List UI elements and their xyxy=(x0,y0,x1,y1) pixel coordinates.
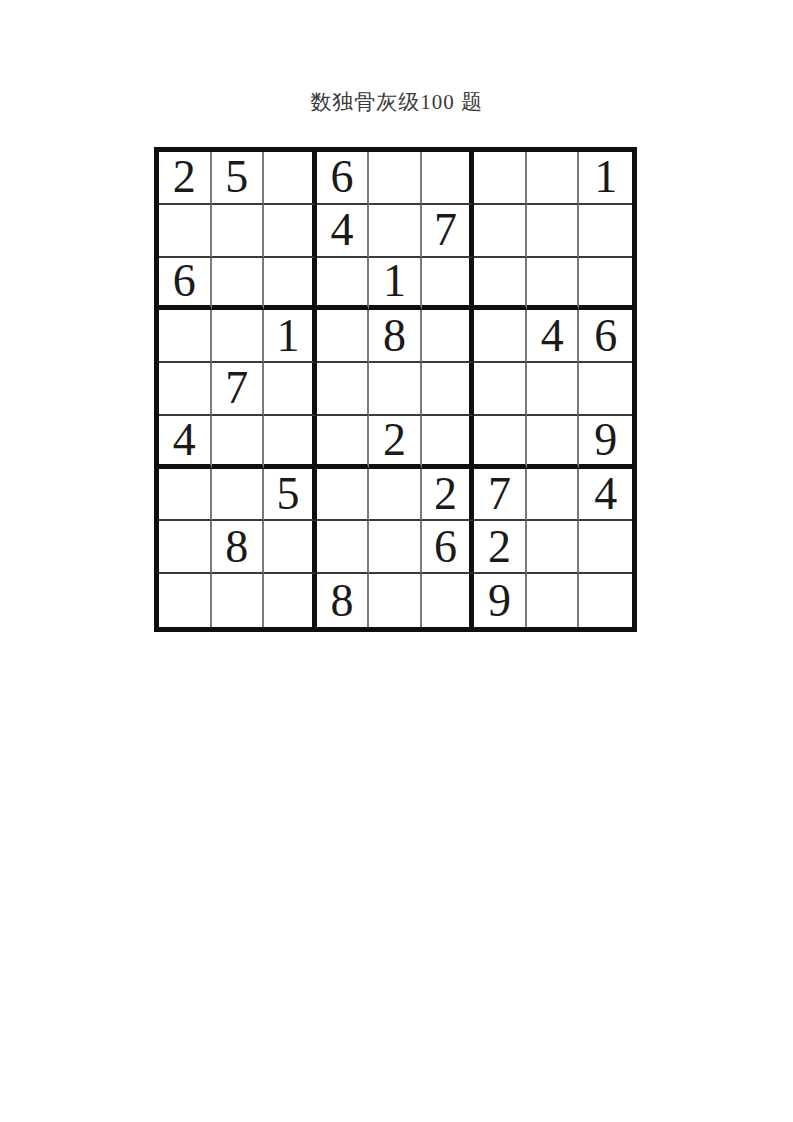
page: 数独骨灰级100 题 2561476118467429527486289 xyxy=(0,0,793,1122)
cell-r2c2 xyxy=(212,205,265,258)
cell-r2c9 xyxy=(579,205,632,258)
cell-r2c7 xyxy=(474,205,527,258)
cell-r3c1: 6 xyxy=(159,258,212,311)
cell-r9c9 xyxy=(579,574,632,627)
cell-r4c5: 8 xyxy=(369,310,422,363)
cell-r6c5: 2 xyxy=(369,416,422,469)
cell-r9c1 xyxy=(159,574,212,627)
cell-r3c8 xyxy=(527,258,580,311)
cell-r5c3 xyxy=(264,363,317,416)
cell-r4c1 xyxy=(159,310,212,363)
sudoku-board: 2561476118467429527486289 xyxy=(154,147,637,632)
cell-r9c2 xyxy=(212,574,265,627)
cell-r3c6 xyxy=(422,258,475,311)
cell-r4c4 xyxy=(317,310,370,363)
cell-r3c7 xyxy=(474,258,527,311)
cell-r1c2: 5 xyxy=(212,152,265,205)
cell-r9c8 xyxy=(527,574,580,627)
cell-r6c8 xyxy=(527,416,580,469)
cell-r4c8: 4 xyxy=(527,310,580,363)
cell-r6c9: 9 xyxy=(579,416,632,469)
cell-r4c3: 1 xyxy=(264,310,317,363)
cell-r2c1 xyxy=(159,205,212,258)
cell-r8c6: 6 xyxy=(422,521,475,574)
cell-r7c8 xyxy=(527,469,580,522)
cell-r9c3 xyxy=(264,574,317,627)
cell-r8c1 xyxy=(159,521,212,574)
cell-r8c5 xyxy=(369,521,422,574)
cell-r7c9: 4 xyxy=(579,469,632,522)
cell-r2c3 xyxy=(264,205,317,258)
cell-r6c6 xyxy=(422,416,475,469)
cell-r8c2: 8 xyxy=(212,521,265,574)
cell-r7c1 xyxy=(159,469,212,522)
cell-r5c4 xyxy=(317,363,370,416)
cell-r5c2: 7 xyxy=(212,363,265,416)
cell-r8c7: 2 xyxy=(474,521,527,574)
cell-r9c7: 9 xyxy=(474,574,527,627)
puzzle-title: 数独骨灰级100 题 xyxy=(0,89,793,115)
cell-r1c5 xyxy=(369,152,422,205)
cell-r3c3 xyxy=(264,258,317,311)
cell-r2c4: 4 xyxy=(317,205,370,258)
cell-r9c4: 8 xyxy=(317,574,370,627)
cell-r5c6 xyxy=(422,363,475,416)
cell-r8c4 xyxy=(317,521,370,574)
cell-r4c6 xyxy=(422,310,475,363)
cell-r1c3 xyxy=(264,152,317,205)
cell-r4c2 xyxy=(212,310,265,363)
cell-r9c5 xyxy=(369,574,422,627)
cell-r1c7 xyxy=(474,152,527,205)
cell-r4c7 xyxy=(474,310,527,363)
cell-r6c7 xyxy=(474,416,527,469)
cell-r7c2 xyxy=(212,469,265,522)
cell-r3c5: 1 xyxy=(369,258,422,311)
cell-r2c5 xyxy=(369,205,422,258)
cell-r8c9 xyxy=(579,521,632,574)
cell-r5c9 xyxy=(579,363,632,416)
cell-r5c5 xyxy=(369,363,422,416)
cell-r2c8 xyxy=(527,205,580,258)
cell-r5c1 xyxy=(159,363,212,416)
cell-r9c6 xyxy=(422,574,475,627)
cell-r1c6 xyxy=(422,152,475,205)
cell-r7c6: 2 xyxy=(422,469,475,522)
cell-r5c7 xyxy=(474,363,527,416)
cell-r6c3 xyxy=(264,416,317,469)
cell-r2c6: 7 xyxy=(422,205,475,258)
cell-r6c4 xyxy=(317,416,370,469)
cell-r3c4 xyxy=(317,258,370,311)
cell-r7c5 xyxy=(369,469,422,522)
cell-r7c4 xyxy=(317,469,370,522)
cell-r7c3: 5 xyxy=(264,469,317,522)
cell-r7c7: 7 xyxy=(474,469,527,522)
cell-r6c2 xyxy=(212,416,265,469)
cell-r8c8 xyxy=(527,521,580,574)
cell-r8c3 xyxy=(264,521,317,574)
cell-r1c4: 6 xyxy=(317,152,370,205)
cell-r1c9: 1 xyxy=(579,152,632,205)
cell-r3c2 xyxy=(212,258,265,311)
cell-r6c1: 4 xyxy=(159,416,212,469)
cell-r4c9: 6 xyxy=(579,310,632,363)
cell-r5c8 xyxy=(527,363,580,416)
cell-r1c8 xyxy=(527,152,580,205)
cell-r3c9 xyxy=(579,258,632,311)
cell-r1c1: 2 xyxy=(159,152,212,205)
